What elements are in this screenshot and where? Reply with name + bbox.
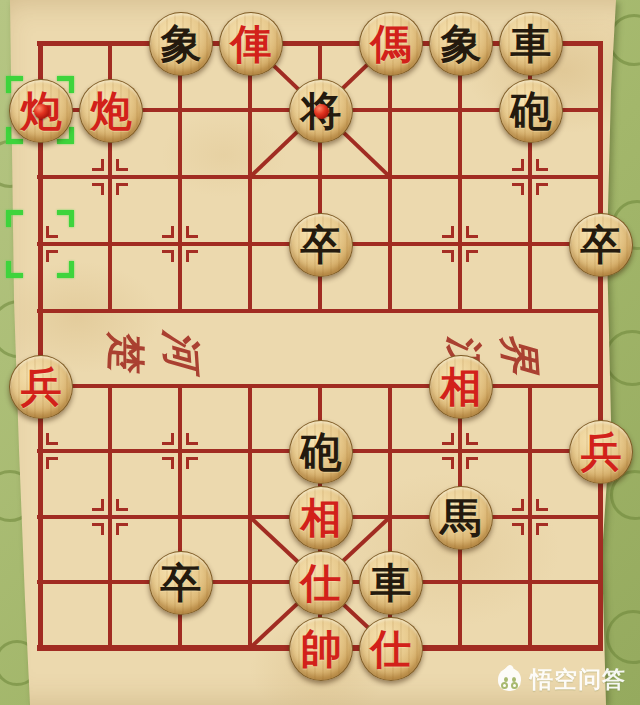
piece-glyph: 兵 [581, 432, 622, 473]
piece-glyph: 卒 [301, 225, 342, 266]
board-line [178, 41, 182, 313]
board-line [108, 384, 112, 650]
piece-red-advisor[interactable]: 仕 [289, 551, 353, 615]
piece-glyph: 俥 [231, 24, 272, 65]
point-marker [46, 457, 58, 469]
point-marker [466, 433, 478, 445]
piece-red-soldier[interactable]: 兵 [9, 355, 73, 419]
piece-black-soldier[interactable]: 卒 [289, 213, 353, 277]
board-line [458, 41, 462, 313]
point-marker [466, 457, 478, 469]
piece-black-chariot[interactable]: 車 [499, 12, 563, 76]
piece-red-soldier[interactable]: 兵 [569, 420, 633, 484]
point-marker [536, 183, 548, 195]
point-marker [162, 457, 174, 469]
point-marker [92, 159, 104, 171]
watermark: 悟空问答 [496, 664, 626, 695]
piece-glyph: 相 [301, 498, 342, 539]
piece-glyph: 仕 [301, 563, 342, 604]
point-marker [512, 159, 524, 171]
point-marker [186, 226, 198, 238]
point-marker [116, 499, 128, 511]
xiangqi-board[interactable]: 楚河 汉界 象俥傌象車炮炮将砲卒卒兵相砲兵相馬卒仕車帥仕 [0, 0, 640, 705]
check-dot [34, 104, 49, 119]
point-marker [92, 523, 104, 535]
piece-red-general[interactable]: 帥 [289, 617, 353, 681]
piece-glyph: 象 [161, 24, 202, 65]
piece-glyph: 砲 [511, 91, 552, 132]
point-marker [442, 226, 454, 238]
point-marker [442, 250, 454, 262]
piece-red-chariot[interactable]: 俥 [219, 12, 283, 76]
piece-red-advisor[interactable]: 仕 [359, 617, 423, 681]
piece-black-chariot[interactable]: 車 [359, 551, 423, 615]
board-line [528, 384, 532, 650]
point-marker [162, 250, 174, 262]
piece-black-horse[interactable]: 馬 [429, 486, 493, 550]
river-label-left: 楚河 [106, 330, 202, 370]
piece-red-horse[interactable]: 傌 [359, 12, 423, 76]
piece-glyph: 相 [441, 367, 482, 408]
point-marker [442, 457, 454, 469]
piece-black-cannon[interactable]: 砲 [499, 79, 563, 143]
point-marker [116, 183, 128, 195]
point-marker [466, 226, 478, 238]
move-from-marker [6, 210, 74, 278]
piece-glyph: 象 [441, 24, 482, 65]
point-marker [442, 433, 454, 445]
piece-glyph: 車 [371, 563, 412, 604]
piece-glyph: 仕 [371, 629, 412, 670]
check-dot [314, 104, 329, 119]
piece-glyph: 炮 [91, 91, 132, 132]
point-marker [92, 183, 104, 195]
point-marker [512, 183, 524, 195]
piece-black-soldier[interactable]: 卒 [149, 551, 213, 615]
piece-glyph: 卒 [161, 563, 202, 604]
piece-red-cannon[interactable]: 炮 [9, 79, 73, 143]
piece-black-general[interactable]: 将 [289, 79, 353, 143]
point-marker [162, 433, 174, 445]
point-marker [186, 433, 198, 445]
river-label-char: 河 [161, 329, 204, 370]
piece-black-soldier[interactable]: 卒 [569, 213, 633, 277]
piece-black-elephant[interactable]: 象 [429, 12, 493, 76]
river-label-char: 楚 [107, 327, 145, 372]
piece-red-cannon[interactable]: 炮 [79, 79, 143, 143]
wukong-qa-logo-icon [496, 666, 523, 693]
point-marker [162, 226, 174, 238]
piece-glyph: 傌 [371, 24, 412, 65]
watermark-text: 悟空问答 [530, 664, 626, 695]
piece-glyph: 車 [511, 24, 552, 65]
point-marker [116, 523, 128, 535]
piece-glyph: 卒 [581, 225, 622, 266]
piece-glyph: 兵 [21, 367, 62, 408]
river-label-char: 界 [499, 333, 542, 374]
piece-red-elephant[interactable]: 相 [289, 486, 353, 550]
point-marker [116, 159, 128, 171]
piece-red-elephant[interactable]: 相 [429, 355, 493, 419]
piece-black-cannon[interactable]: 砲 [289, 420, 353, 484]
point-marker [536, 499, 548, 511]
point-marker [186, 457, 198, 469]
point-marker [536, 159, 548, 171]
point-marker [46, 433, 58, 445]
board-line [598, 41, 603, 651]
point-marker [512, 499, 524, 511]
point-marker [512, 523, 524, 535]
point-marker [466, 250, 478, 262]
piece-glyph: 馬 [441, 498, 482, 539]
piece-black-elephant[interactable]: 象 [149, 12, 213, 76]
piece-glyph: 砲 [301, 432, 342, 473]
point-marker [186, 250, 198, 262]
point-marker [536, 523, 548, 535]
point-marker [92, 499, 104, 511]
piece-glyph: 帥 [301, 629, 342, 670]
